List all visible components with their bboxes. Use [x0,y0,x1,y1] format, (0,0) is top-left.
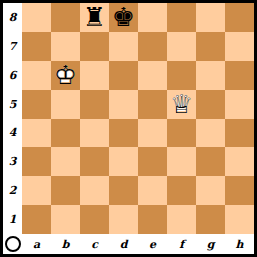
square-c1[interactable] [80,205,109,234]
square-c4[interactable] [80,119,109,148]
square-d5[interactable] [109,90,138,119]
file-label-b: b [51,234,80,254]
square-g4[interactable] [196,119,225,148]
square-c7[interactable] [80,32,109,61]
file-label-e: e [138,234,167,254]
square-e1[interactable] [138,205,167,234]
square-c3[interactable] [80,147,109,176]
square-b7[interactable] [51,32,80,61]
file-label-d: d [109,234,138,254]
square-e8[interactable] [138,3,167,32]
square-h4[interactable] [225,119,254,148]
square-e7[interactable] [138,32,167,61]
file-label-a: a [22,234,51,254]
square-a2[interactable] [22,176,51,205]
rank-label-7: 7 [3,32,22,61]
white-queen[interactable]: ♛♕ [168,91,195,118]
square-b3[interactable] [51,147,80,176]
black-king-glyph: ♚ [110,4,137,31]
black-rook[interactable]: ♜ [81,4,108,31]
square-a1[interactable] [22,205,51,234]
square-f1[interactable] [167,205,196,234]
square-c6[interactable] [80,61,109,90]
square-e5[interactable] [138,90,167,119]
rank-label-3: 3 [3,147,22,176]
square-h2[interactable] [225,176,254,205]
square-h3[interactable] [225,147,254,176]
square-f4[interactable] [167,119,196,148]
square-g2[interactable] [196,176,225,205]
square-h1[interactable] [225,205,254,234]
square-b5[interactable] [51,90,80,119]
square-d6[interactable] [109,61,138,90]
white-king[interactable]: ♚♔ [52,62,79,89]
square-f8[interactable] [167,3,196,32]
white-to-move-indicator [5,236,21,252]
black-king[interactable]: ♚ [110,4,137,31]
square-d3[interactable] [109,147,138,176]
square-e3[interactable] [138,147,167,176]
square-d8[interactable]: ♚ [109,3,138,32]
square-h5[interactable] [225,90,254,119]
square-h7[interactable] [225,32,254,61]
rank-label-1: 1 [3,205,22,234]
square-b8[interactable] [51,3,80,32]
square-b1[interactable] [51,205,80,234]
rank-label-8: 8 [3,3,22,32]
square-a6[interactable] [22,61,51,90]
square-g7[interactable] [196,32,225,61]
chess-board: 8♜♚76♚♔5♛♕4321abcdefgh [3,3,254,254]
square-d2[interactable] [109,176,138,205]
square-f7[interactable] [167,32,196,61]
square-a3[interactable] [22,147,51,176]
square-c2[interactable] [80,176,109,205]
square-h6[interactable] [225,61,254,90]
white-king-glyph: ♔ [52,62,79,89]
square-d7[interactable] [109,32,138,61]
square-a5[interactable] [22,90,51,119]
square-e6[interactable] [138,61,167,90]
square-e4[interactable] [138,119,167,148]
black-rook-glyph: ♜ [81,4,108,31]
square-c8[interactable]: ♜ [80,3,109,32]
square-d4[interactable] [109,119,138,148]
square-g6[interactable] [196,61,225,90]
square-a8[interactable] [22,3,51,32]
square-g5[interactable] [196,90,225,119]
square-h8[interactable] [225,3,254,32]
rank-label-4: 4 [3,119,22,148]
rank-label-6: 6 [3,61,22,90]
white-queen-glyph: ♕ [168,91,195,118]
square-g8[interactable] [196,3,225,32]
square-f5[interactable]: ♛♕ [167,90,196,119]
square-g3[interactable] [196,147,225,176]
file-label-g: g [196,234,225,254]
square-d1[interactable] [109,205,138,234]
square-f6[interactable] [167,61,196,90]
square-a4[interactable] [22,119,51,148]
square-b4[interactable] [51,119,80,148]
chess-diagram: 8♜♚76♚♔5♛♕4321abcdefgh [0,0,257,257]
square-b6[interactable]: ♚♔ [51,61,80,90]
square-c5[interactable] [80,90,109,119]
rank-label-2: 2 [3,176,22,205]
rank-label-5: 5 [3,90,22,119]
move-indicator-cell [3,234,22,254]
square-e2[interactable] [138,176,167,205]
square-f2[interactable] [167,176,196,205]
square-g1[interactable] [196,205,225,234]
file-label-h: h [225,234,254,254]
square-f3[interactable] [167,147,196,176]
file-label-f: f [167,234,196,254]
file-label-c: c [80,234,109,254]
square-a7[interactable] [22,32,51,61]
square-b2[interactable] [51,176,80,205]
